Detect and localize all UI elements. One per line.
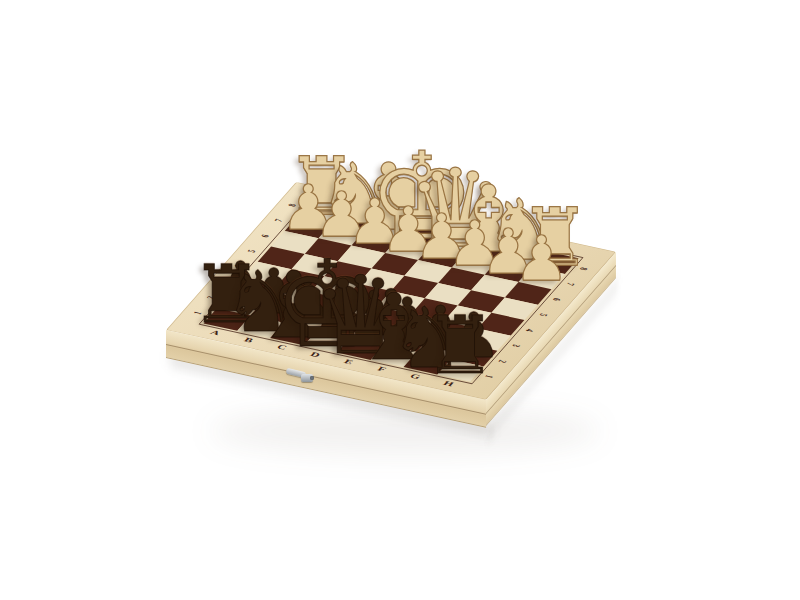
- rank-label-4-left: 4: [231, 264, 244, 269]
- rank-label-7-left: 7: [272, 218, 285, 223]
- rank-label-4-right: 4: [524, 328, 537, 333]
- rank-label-6-right: 6: [551, 297, 564, 302]
- rank-label-2-left: 2: [204, 295, 217, 300]
- rank-label-8-right: 8: [578, 266, 591, 271]
- file-label-e: E: [342, 358, 355, 366]
- rank-label-3-right: 3: [510, 344, 523, 349]
- rank-label-1-right: 1: [483, 374, 496, 379]
- file-label-a: A: [208, 329, 222, 337]
- clasp-screw: [310, 376, 314, 380]
- file-label-g: G: [408, 372, 423, 381]
- rank-label-8-left: 8: [285, 203, 298, 208]
- rank-label-1-left: 1: [191, 311, 204, 316]
- product-photo: ABCDEFGH 12345678 12345678 ♜♞♝♚♛♝♞♜♟♟♟♟♟…: [0, 0, 800, 600]
- file-label-f: F: [375, 365, 388, 373]
- rank-label-3-left: 3: [218, 280, 231, 285]
- file-label-d: D: [308, 350, 322, 358]
- rank-label-5-left: 5: [245, 249, 258, 254]
- rank-label-2-right: 2: [497, 359, 510, 364]
- file-label-h: H: [441, 379, 456, 388]
- rank-label-7-right: 7: [564, 282, 577, 287]
- file-label-c: C: [275, 343, 289, 351]
- rank-label-5-right: 5: [537, 313, 550, 318]
- rank-label-6-left: 6: [258, 233, 271, 238]
- metal-clasp: [286, 366, 320, 388]
- file-label-b: B: [242, 336, 255, 344]
